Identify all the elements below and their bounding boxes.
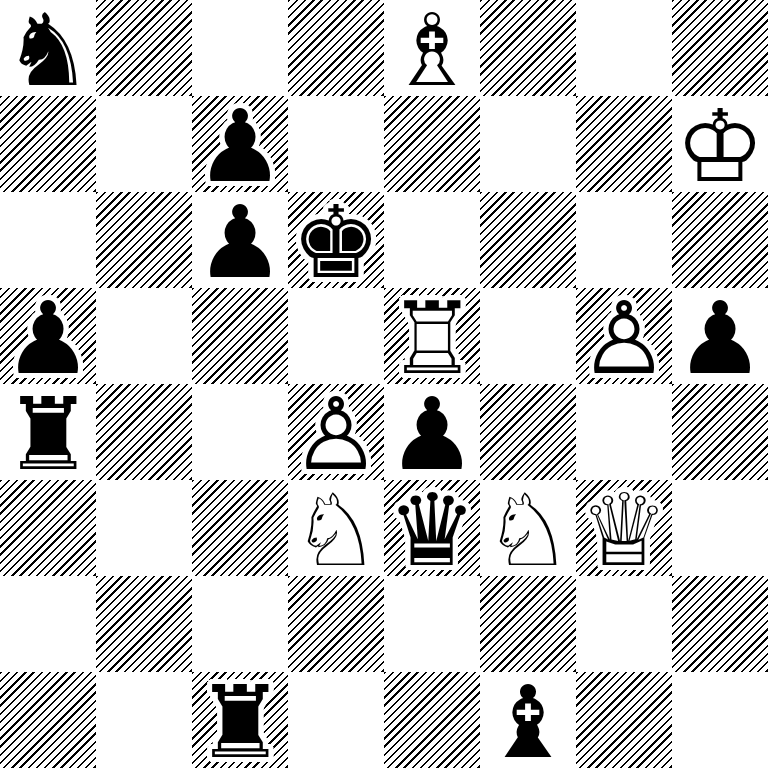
- square-h4[interactable]: [672, 384, 768, 480]
- square-g3[interactable]: ♛♕: [576, 480, 672, 576]
- square-g1[interactable]: [576, 672, 672, 768]
- square-f8[interactable]: [480, 0, 576, 96]
- square-e5[interactable]: ♜♖: [384, 288, 480, 384]
- square-a4[interactable]: ♜: [0, 384, 96, 480]
- square-a1[interactable]: [0, 672, 96, 768]
- square-h5[interactable]: ♟: [672, 288, 768, 384]
- square-c3[interactable]: [192, 480, 288, 576]
- square-b1[interactable]: [96, 672, 192, 768]
- square-b2[interactable]: [96, 576, 192, 672]
- piece-white-knight[interactable]: ♘: [288, 483, 384, 579]
- piece-white-pawn[interactable]: ♙: [576, 291, 672, 387]
- piece-white-pawn[interactable]: ♙: [288, 387, 384, 483]
- piece-white-knight-fill: ♞: [480, 483, 576, 579]
- square-d3[interactable]: ♞♘: [288, 480, 384, 576]
- square-d1[interactable]: [288, 672, 384, 768]
- square-a2[interactable]: [0, 576, 96, 672]
- square-g8[interactable]: [576, 0, 672, 96]
- square-a7[interactable]: [0, 96, 96, 192]
- square-a3[interactable]: [0, 480, 96, 576]
- square-f7[interactable]: [480, 96, 576, 192]
- piece-white-king[interactable]: ♔: [672, 99, 768, 195]
- piece-black-knight[interactable]: ♞: [0, 3, 96, 99]
- square-e2[interactable]: [384, 576, 480, 672]
- piece-white-rook[interactable]: ♖: [384, 291, 480, 387]
- piece-white-queen[interactable]: ♕: [576, 483, 672, 579]
- piece-black-pawn[interactable]: ♟: [384, 387, 480, 483]
- square-d5[interactable]: [288, 288, 384, 384]
- square-e7[interactable]: [384, 96, 480, 192]
- square-g2[interactable]: [576, 576, 672, 672]
- square-c6[interactable]: ♟: [192, 192, 288, 288]
- piece-white-pawn-fill: ♟: [288, 387, 384, 483]
- square-b8[interactable]: [96, 0, 192, 96]
- chess-board: ♞♝♗♟♚♔♟♚♟♜♖♟♙♟♜♟♙♟♞♘♛♞♘♛♕♜♝: [0, 0, 768, 768]
- square-g5[interactable]: ♟♙: [576, 288, 672, 384]
- square-c4[interactable]: [192, 384, 288, 480]
- square-g4[interactable]: [576, 384, 672, 480]
- square-d4[interactable]: ♟♙: [288, 384, 384, 480]
- square-f6[interactable]: [480, 192, 576, 288]
- square-b3[interactable]: [96, 480, 192, 576]
- piece-white-queen-fill: ♛: [576, 483, 672, 579]
- piece-white-bishop-fill: ♝: [384, 3, 480, 99]
- piece-black-queen[interactable]: ♛: [384, 483, 480, 579]
- square-e1[interactable]: [384, 672, 480, 768]
- square-c1[interactable]: ♜: [192, 672, 288, 768]
- piece-black-bishop[interactable]: ♝: [480, 675, 576, 768]
- square-b6[interactable]: [96, 192, 192, 288]
- square-e4[interactable]: ♟: [384, 384, 480, 480]
- square-f3[interactable]: ♞♘: [480, 480, 576, 576]
- piece-black-king[interactable]: ♚: [288, 195, 384, 291]
- piece-black-rook[interactable]: ♜: [0, 387, 96, 483]
- square-d7[interactable]: [288, 96, 384, 192]
- square-f2[interactable]: [480, 576, 576, 672]
- square-e6[interactable]: [384, 192, 480, 288]
- square-f1[interactable]: ♝: [480, 672, 576, 768]
- piece-white-bishop[interactable]: ♗: [384, 3, 480, 99]
- piece-black-pawn[interactable]: ♟: [192, 99, 288, 195]
- square-g6[interactable]: [576, 192, 672, 288]
- piece-black-pawn[interactable]: ♟: [192, 195, 288, 291]
- piece-black-rook[interactable]: ♜: [192, 675, 288, 768]
- square-h1[interactable]: [672, 672, 768, 768]
- piece-white-rook-fill: ♜: [384, 291, 480, 387]
- square-e8[interactable]: ♝♗: [384, 0, 480, 96]
- square-h2[interactable]: [672, 576, 768, 672]
- square-f5[interactable]: [480, 288, 576, 384]
- square-a8[interactable]: ♞: [0, 0, 96, 96]
- piece-black-pawn[interactable]: ♟: [672, 291, 768, 387]
- piece-white-pawn-fill: ♟: [576, 291, 672, 387]
- square-f4[interactable]: [480, 384, 576, 480]
- piece-black-pawn[interactable]: ♟: [0, 291, 96, 387]
- square-g7[interactable]: [576, 96, 672, 192]
- square-d8[interactable]: [288, 0, 384, 96]
- square-b4[interactable]: [96, 384, 192, 480]
- piece-white-knight[interactable]: ♘: [480, 483, 576, 579]
- square-d6[interactable]: ♚: [288, 192, 384, 288]
- square-e3[interactable]: ♛: [384, 480, 480, 576]
- square-c5[interactable]: [192, 288, 288, 384]
- square-a6[interactable]: [0, 192, 96, 288]
- square-b7[interactable]: [96, 96, 192, 192]
- square-h8[interactable]: [672, 0, 768, 96]
- square-a5[interactable]: ♟: [0, 288, 96, 384]
- piece-white-king-fill: ♚: [672, 99, 768, 195]
- square-c7[interactable]: ♟: [192, 96, 288, 192]
- square-d2[interactable]: [288, 576, 384, 672]
- square-h7[interactable]: ♚♔: [672, 96, 768, 192]
- square-b5[interactable]: [96, 288, 192, 384]
- square-c8[interactable]: [192, 0, 288, 96]
- square-c2[interactable]: [192, 576, 288, 672]
- square-h3[interactable]: [672, 480, 768, 576]
- square-h6[interactable]: [672, 192, 768, 288]
- piece-white-knight-fill: ♞: [288, 483, 384, 579]
